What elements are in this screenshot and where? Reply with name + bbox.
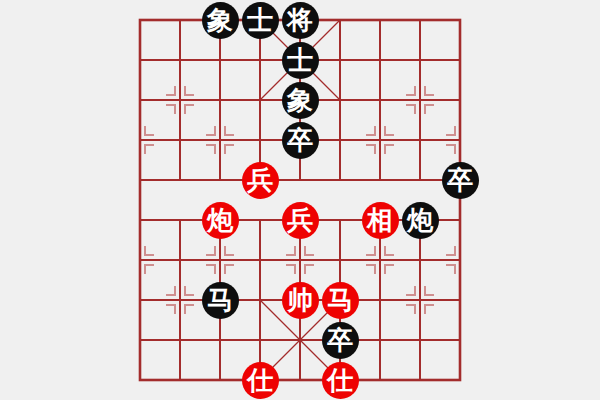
black-horse-piece[interactable]: 马 xyxy=(202,282,239,319)
black-soldier-piece[interactable]: 卒 xyxy=(282,122,319,159)
black-soldier-piece[interactable]: 卒 xyxy=(442,162,479,199)
red-cannon-piece[interactable]: 炮 xyxy=(202,202,239,239)
red-soldier-piece[interactable]: 兵 xyxy=(282,202,319,239)
black-soldier-piece[interactable]: 卒 xyxy=(322,322,359,359)
red-advisor-piece[interactable]: 仕 xyxy=(322,362,359,399)
red-advisor-piece[interactable]: 仕 xyxy=(242,362,279,399)
xiangqi-board: 象士将士象卒兵卒炮兵相炮马帅马卒仕仕 xyxy=(120,0,480,400)
black-advisor-piece[interactable]: 士 xyxy=(242,2,279,39)
black-elephant-piece[interactable]: 象 xyxy=(202,2,239,39)
red-horse-piece[interactable]: 马 xyxy=(322,282,359,319)
black-advisor-piece[interactable]: 士 xyxy=(282,42,319,79)
black-cannon-piece[interactable]: 炮 xyxy=(402,202,439,239)
red-general-piece[interactable]: 帅 xyxy=(282,282,319,319)
red-soldier-piece[interactable]: 兵 xyxy=(242,162,279,199)
pieces-layer: 象士将士象卒兵卒炮兵相炮马帅马卒仕仕 xyxy=(120,0,480,400)
red-elephant-piece[interactable]: 相 xyxy=(362,202,399,239)
xiangqi-app-background: 象士将士象卒兵卒炮兵相炮马帅马卒仕仕 xyxy=(0,0,600,400)
black-general-piece[interactable]: 将 xyxy=(282,2,319,39)
black-elephant-piece[interactable]: 象 xyxy=(282,82,319,119)
